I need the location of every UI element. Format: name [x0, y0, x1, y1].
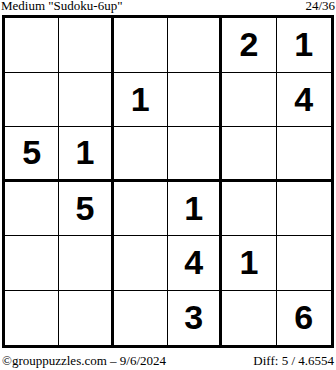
footer: ©grouppuzzles.com – 9/6/2024 Diff: 5 / 4… [2, 354, 334, 368]
cell-r6c3[interactable] [114, 291, 168, 346]
cell-r4c3[interactable] [114, 182, 168, 237]
cell-r1c3[interactable] [114, 18, 168, 73]
cell-r3c6[interactable] [277, 127, 331, 182]
cell-r5c1[interactable] [5, 236, 59, 291]
cell-r3c3[interactable] [114, 127, 168, 182]
cell-r5c3[interactable] [114, 236, 168, 291]
cell-r3c5[interactable] [222, 127, 276, 182]
cell-r1c1[interactable] [5, 18, 59, 73]
cell-r1c6[interactable]: 1 [277, 18, 331, 73]
puzzle-title: Medium "Sudoku-6up" [1, 0, 122, 13]
cell-r5c4[interactable]: 4 [168, 236, 222, 291]
cell-r2c5[interactable] [222, 73, 276, 128]
cell-r6c5[interactable] [222, 291, 276, 346]
copyright-date: ©grouppuzzles.com – 9/6/2024 [2, 354, 166, 368]
cell-r2c1[interactable] [5, 73, 59, 128]
header: Medium "Sudoku-6up" 24/36 [1, 0, 335, 13]
cell-r2c3[interactable]: 1 [114, 73, 168, 128]
cell-r1c4[interactable] [168, 18, 222, 73]
cell-r1c2[interactable] [59, 18, 113, 73]
cell-r2c6[interactable]: 4 [277, 73, 331, 128]
cell-r4c5[interactable] [222, 182, 276, 237]
cell-r4c2[interactable]: 5 [59, 182, 113, 237]
cell-r4c1[interactable] [5, 182, 59, 237]
puzzle-page: Medium "Sudoku-6up" 24/36 2 1 1 4 5 1 5 … [0, 0, 336, 370]
cells-remaining-counter: 24/36 [305, 0, 335, 13]
cell-r3c1[interactable]: 5 [5, 127, 59, 182]
cell-r3c4[interactable] [168, 127, 222, 182]
cell-r6c4[interactable]: 3 [168, 291, 222, 346]
cell-r6c6[interactable]: 6 [277, 291, 331, 346]
cell-r5c6[interactable] [277, 236, 331, 291]
cell-r2c2[interactable] [59, 73, 113, 128]
cell-r6c2[interactable] [59, 291, 113, 346]
cell-r1c5[interactable]: 2 [222, 18, 276, 73]
cell-r4c6[interactable] [277, 182, 331, 237]
cell-r4c4[interactable]: 1 [168, 182, 222, 237]
cell-r3c2[interactable]: 1 [59, 127, 113, 182]
cell-r2c4[interactable] [168, 73, 222, 128]
sudoku-board: 2 1 1 4 5 1 5 1 4 1 3 6 [2, 15, 334, 348]
cell-r5c2[interactable] [59, 236, 113, 291]
cell-r6c1[interactable] [5, 291, 59, 346]
difficulty-rating: Diff: 5 / 4.6554 [253, 354, 334, 368]
cell-r5c5[interactable]: 1 [222, 236, 276, 291]
